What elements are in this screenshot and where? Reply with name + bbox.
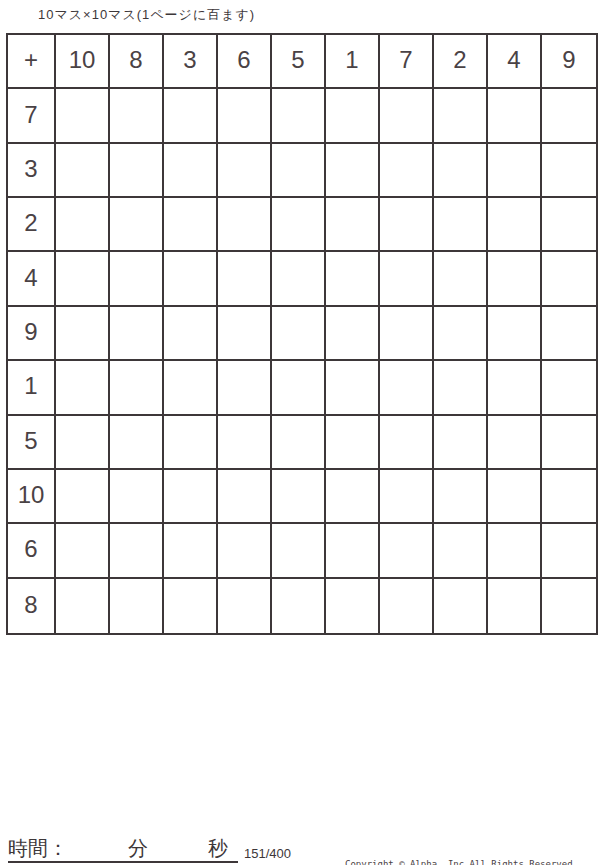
answer-cell-r6-c6[interactable]: [326, 361, 380, 415]
row-header-5: 9: [8, 307, 56, 361]
answer-cell-r4-c3[interactable]: [164, 252, 218, 306]
answer-cell-r2-c5[interactable]: [272, 144, 326, 198]
col-header-8: 2: [434, 35, 488, 89]
answer-cell-r4-c6[interactable]: [326, 252, 380, 306]
answer-cell-r1-c3[interactable]: [164, 89, 218, 143]
answer-cell-r6-c5[interactable]: [272, 361, 326, 415]
answer-cell-r2-c3[interactable]: [164, 144, 218, 198]
answer-cell-r6-c2[interactable]: [110, 361, 164, 415]
answer-cell-r10-c6[interactable]: [326, 579, 380, 633]
answer-cell-r7-c9[interactable]: [488, 416, 542, 470]
answer-cell-r6-c10[interactable]: [542, 361, 596, 415]
answer-cell-r5-c8[interactable]: [434, 307, 488, 361]
answer-cell-r5-c7[interactable]: [380, 307, 434, 361]
answer-cell-r6-c3[interactable]: [164, 361, 218, 415]
answer-cell-r4-c1[interactable]: [56, 252, 110, 306]
answer-cell-r7-c10[interactable]: [542, 416, 596, 470]
answer-cell-r5-c1[interactable]: [56, 307, 110, 361]
answer-cell-r8-c4[interactable]: [218, 470, 272, 524]
answer-cell-r5-c3[interactable]: [164, 307, 218, 361]
col-header-4: 6: [218, 35, 272, 89]
answer-cell-r2-c9[interactable]: [488, 144, 542, 198]
col-header-9: 4: [488, 35, 542, 89]
answer-cell-r4-c5[interactable]: [272, 252, 326, 306]
answer-cell-r8-c1[interactable]: [56, 470, 110, 524]
answer-cell-r4-c4[interactable]: [218, 252, 272, 306]
answer-cell-r2-c10[interactable]: [542, 144, 596, 198]
answer-cell-r5-c9[interactable]: [488, 307, 542, 361]
answer-cell-r3-c1[interactable]: [56, 198, 110, 252]
col-header-2: 8: [110, 35, 164, 89]
answer-cell-r8-c7[interactable]: [380, 470, 434, 524]
row-header-9: 6: [8, 524, 56, 578]
answer-cell-r10-c10[interactable]: [542, 579, 596, 633]
answer-cell-r8-c6[interactable]: [326, 470, 380, 524]
answer-cell-r7-c3[interactable]: [164, 416, 218, 470]
answer-cell-r6-c9[interactable]: [488, 361, 542, 415]
row-header-1: 7: [8, 89, 56, 143]
answer-cell-r8-c3[interactable]: [164, 470, 218, 524]
answer-cell-r1-c6[interactable]: [326, 89, 380, 143]
answer-cell-r7-c7[interactable]: [380, 416, 434, 470]
answer-cell-r9-c10[interactable]: [542, 524, 596, 578]
copyright-line: Copyright © Alpha. Inc All Rights Reserv…: [345, 859, 578, 865]
worksheet-title: 10マス×10マス(1ページに百ます): [38, 6, 255, 24]
row-header-6: 1: [8, 361, 56, 415]
answer-cell-r1-c9[interactable]: [488, 89, 542, 143]
answer-cell-r3-c10[interactable]: [542, 198, 596, 252]
answer-cell-r2-c6[interactable]: [326, 144, 380, 198]
answer-cell-r3-c7[interactable]: [380, 198, 434, 252]
answer-cell-r8-c5[interactable]: [272, 470, 326, 524]
col-header-1: 10: [56, 35, 110, 89]
answer-cell-r3-c4[interactable]: [218, 198, 272, 252]
answer-cell-r10-c8[interactable]: [434, 579, 488, 633]
calculation-grid: +1083651724973249151068: [6, 33, 598, 635]
answer-cell-r1-c8[interactable]: [434, 89, 488, 143]
answer-cell-r3-c3[interactable]: [164, 198, 218, 252]
answer-cell-r3-c2[interactable]: [110, 198, 164, 252]
copyright: Copyright © Alpha. Inc All Rights Reserv…: [345, 837, 578, 865]
col-header-6: 1: [326, 35, 380, 89]
answer-cell-r2-c2[interactable]: [110, 144, 164, 198]
answer-cell-r8-c9[interactable]: [488, 470, 542, 524]
answer-cell-r7-c4[interactable]: [218, 416, 272, 470]
answer-cell-r4-c7[interactable]: [380, 252, 434, 306]
answer-cell-r1-c1[interactable]: [56, 89, 110, 143]
answer-cell-r10-c9[interactable]: [488, 579, 542, 633]
answer-cell-r1-c5[interactable]: [272, 89, 326, 143]
answer-cell-r7-c6[interactable]: [326, 416, 380, 470]
col-header-5: 5: [272, 35, 326, 89]
answer-cell-r4-c2[interactable]: [110, 252, 164, 306]
col-header-10: 9: [542, 35, 596, 89]
answer-cell-r10-c5[interactable]: [272, 579, 326, 633]
answer-cell-r10-c4[interactable]: [218, 579, 272, 633]
row-header-7: 5: [8, 416, 56, 470]
answer-cell-r6-c1[interactable]: [56, 361, 110, 415]
answer-cell-r4-c8[interactable]: [434, 252, 488, 306]
answer-cell-r2-c1[interactable]: [56, 144, 110, 198]
answer-cell-r6-c4[interactable]: [218, 361, 272, 415]
answer-cell-r5-c2[interactable]: [110, 307, 164, 361]
answer-cell-r2-c7[interactable]: [380, 144, 434, 198]
row-header-4: 4: [8, 252, 56, 306]
answer-cell-r1-c7[interactable]: [380, 89, 434, 143]
answer-cell-r9-c8[interactable]: [434, 524, 488, 578]
answer-cell-r7-c5[interactable]: [272, 416, 326, 470]
answer-cell-r1-c2[interactable]: [110, 89, 164, 143]
answer-cell-r5-c4[interactable]: [218, 307, 272, 361]
answer-cell-r4-c10[interactable]: [542, 252, 596, 306]
answer-cell-r10-c1[interactable]: [56, 579, 110, 633]
answer-cell-r9-c2[interactable]: [110, 524, 164, 578]
answer-cell-r6-c8[interactable]: [434, 361, 488, 415]
answer-cell-r8-c8[interactable]: [434, 470, 488, 524]
page-counter: 151/400: [244, 846, 291, 861]
time-label: 時間： 分 秒: [8, 837, 238, 863]
answer-cell-r2-c4[interactable]: [218, 144, 272, 198]
col-header-7: 7: [380, 35, 434, 89]
answer-cell-r7-c1[interactable]: [56, 416, 110, 470]
answer-cell-r2-c8[interactable]: [434, 144, 488, 198]
answer-cell-r10-c7[interactable]: [380, 579, 434, 633]
col-header-3: 3: [164, 35, 218, 89]
answer-cell-r9-c5[interactable]: [272, 524, 326, 578]
answer-cell-r9-c4[interactable]: [218, 524, 272, 578]
answer-cell-r9-c3[interactable]: [164, 524, 218, 578]
answer-cell-r7-c2[interactable]: [110, 416, 164, 470]
answer-cell-r6-c7[interactable]: [380, 361, 434, 415]
answer-cell-r8-c2[interactable]: [110, 470, 164, 524]
answer-cell-r3-c9[interactable]: [488, 198, 542, 252]
operator-cell: +: [8, 35, 56, 89]
answer-cell-r10-c3[interactable]: [164, 579, 218, 633]
answer-cell-r1-c4[interactable]: [218, 89, 272, 143]
answer-cell-r7-c8[interactable]: [434, 416, 488, 470]
row-header-2: 3: [8, 144, 56, 198]
answer-cell-r9-c6[interactable]: [326, 524, 380, 578]
answer-cell-r4-c9[interactable]: [488, 252, 542, 306]
row-header-8: 10: [8, 470, 56, 524]
answer-cell-r3-c5[interactable]: [272, 198, 326, 252]
answer-cell-r10-c2[interactable]: [110, 579, 164, 633]
answer-cell-r3-c6[interactable]: [326, 198, 380, 252]
answer-cell-r3-c8[interactable]: [434, 198, 488, 252]
row-header-10: 8: [8, 579, 56, 633]
row-header-3: 2: [8, 198, 56, 252]
answer-cell-r5-c6[interactable]: [326, 307, 380, 361]
answer-cell-r9-c7[interactable]: [380, 524, 434, 578]
answer-cell-r9-c1[interactable]: [56, 524, 110, 578]
answer-cell-r5-c10[interactable]: [542, 307, 596, 361]
answer-cell-r5-c5[interactable]: [272, 307, 326, 361]
answer-cell-r9-c9[interactable]: [488, 524, 542, 578]
answer-cell-r1-c10[interactable]: [542, 89, 596, 143]
answer-cell-r8-c10[interactable]: [542, 470, 596, 524]
